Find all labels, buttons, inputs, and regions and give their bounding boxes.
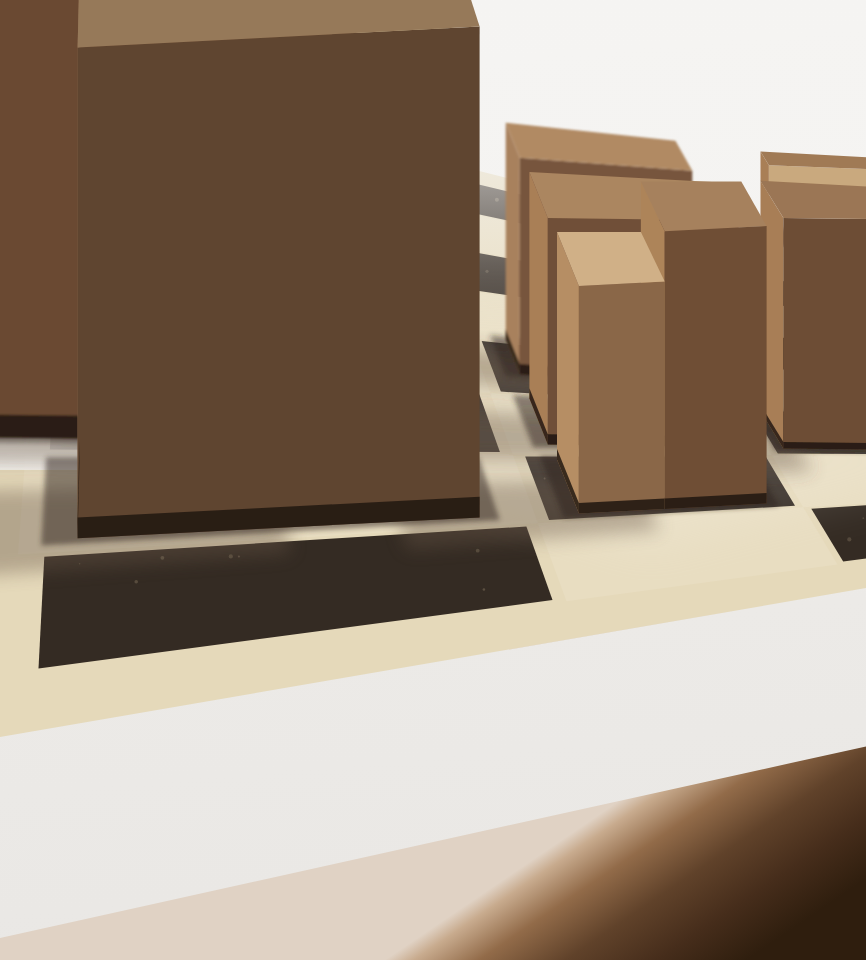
speckle — [483, 588, 486, 591]
piece-face-front — [783, 218, 866, 450]
chess-set-product-photo — [0, 0, 866, 960]
speckle — [862, 517, 864, 519]
speckle — [847, 537, 851, 541]
piece-face-front — [78, 27, 480, 539]
speckle — [476, 549, 480, 553]
chessboard — [0, 0, 866, 960]
piece-face-front — [579, 282, 665, 514]
speckle — [134, 580, 138, 584]
piece-face-front — [665, 226, 767, 509]
